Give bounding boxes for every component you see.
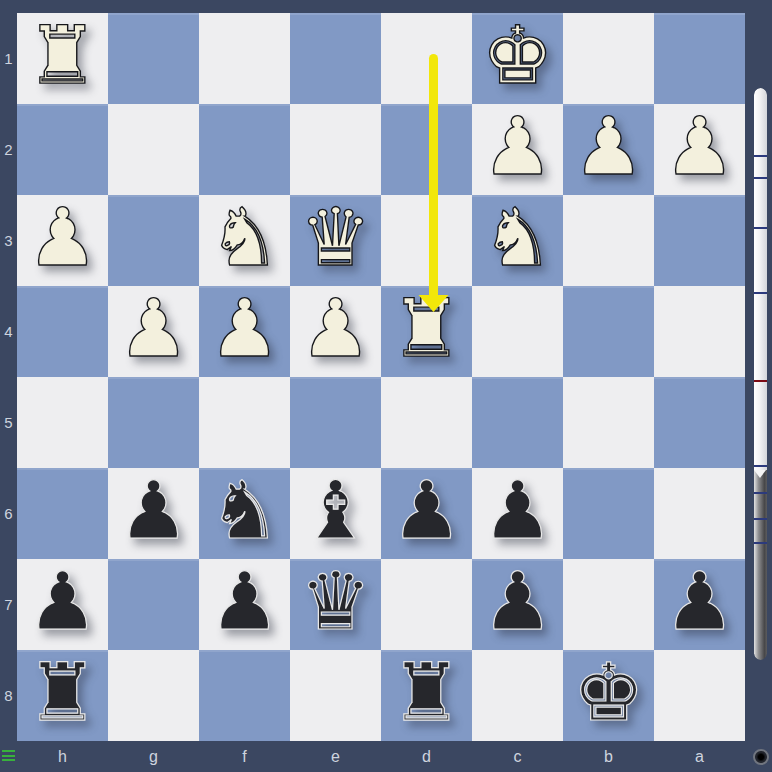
square-a4[interactable] bbox=[654, 286, 745, 377]
square-d7[interactable] bbox=[381, 559, 472, 650]
chess-board: ♜♚♟♟♟♟♞♛♞♟♟♟♜♟♞♝♟♟♟♟♛♟♟♜♜♚ bbox=[17, 13, 745, 741]
square-f6[interactable]: ♞ bbox=[199, 468, 290, 559]
file-label-d: d bbox=[381, 741, 472, 772]
piece-wN-c3[interactable]: ♞ bbox=[482, 198, 554, 278]
square-b7[interactable] bbox=[563, 559, 654, 650]
piece-wP-a2[interactable]: ♟ bbox=[664, 107, 736, 187]
square-f2[interactable] bbox=[199, 104, 290, 195]
square-f5[interactable] bbox=[199, 377, 290, 468]
file-label-h: h bbox=[17, 741, 108, 772]
square-a7[interactable]: ♟ bbox=[654, 559, 745, 650]
piece-bQ-e7[interactable]: ♛ bbox=[300, 562, 372, 642]
square-g3[interactable] bbox=[108, 195, 199, 286]
piece-wR-d4[interactable]: ♜ bbox=[391, 289, 463, 369]
square-e7[interactable]: ♛ bbox=[290, 559, 381, 650]
square-h5[interactable] bbox=[17, 377, 108, 468]
square-f3[interactable]: ♞ bbox=[199, 195, 290, 286]
square-h6[interactable] bbox=[17, 468, 108, 559]
green-menu-icon[interactable] bbox=[2, 750, 16, 763]
square-e1[interactable] bbox=[290, 13, 381, 104]
record-icon[interactable] bbox=[753, 749, 769, 765]
eval-tick bbox=[754, 292, 767, 294]
square-a2[interactable]: ♟ bbox=[654, 104, 745, 195]
file-label-b: b bbox=[563, 741, 654, 772]
square-e2[interactable] bbox=[290, 104, 381, 195]
evaluation-bar-pointer bbox=[754, 470, 766, 478]
square-b1[interactable] bbox=[563, 13, 654, 104]
rank-label-6: 6 bbox=[0, 468, 17, 559]
file-label-a: a bbox=[654, 741, 745, 772]
square-e8[interactable] bbox=[290, 650, 381, 741]
eval-tick bbox=[754, 177, 767, 179]
eval-tick bbox=[754, 227, 767, 229]
piece-wR-h1[interactable]: ♜ bbox=[27, 16, 99, 96]
file-label-g: g bbox=[108, 741, 199, 772]
rank-label-5: 5 bbox=[0, 377, 17, 468]
piece-bP-h7[interactable]: ♟ bbox=[27, 562, 99, 642]
square-h1[interactable]: ♜ bbox=[17, 13, 108, 104]
eval-tick bbox=[754, 542, 767, 544]
square-g2[interactable] bbox=[108, 104, 199, 195]
square-d4[interactable]: ♜ bbox=[381, 286, 472, 377]
square-f4[interactable]: ♟ bbox=[199, 286, 290, 377]
square-c6[interactable]: ♟ bbox=[472, 468, 563, 559]
piece-bP-c7[interactable]: ♟ bbox=[482, 562, 554, 642]
square-h8[interactable]: ♜ bbox=[17, 650, 108, 741]
square-b2[interactable]: ♟ bbox=[563, 104, 654, 195]
square-g1[interactable] bbox=[108, 13, 199, 104]
piece-wK-c1[interactable]: ♚ bbox=[482, 16, 554, 96]
square-e5[interactable] bbox=[290, 377, 381, 468]
piece-bB-e6[interactable]: ♝ bbox=[300, 471, 372, 551]
piece-bP-a7[interactable]: ♟ bbox=[664, 562, 736, 642]
square-a3[interactable] bbox=[654, 195, 745, 286]
square-f7[interactable]: ♟ bbox=[199, 559, 290, 650]
square-b3[interactable] bbox=[563, 195, 654, 286]
square-d2[interactable] bbox=[381, 104, 472, 195]
square-g5[interactable] bbox=[108, 377, 199, 468]
piece-wN-f3[interactable]: ♞ bbox=[209, 198, 281, 278]
piece-wP-e4[interactable]: ♟ bbox=[300, 289, 372, 369]
square-a1[interactable] bbox=[654, 13, 745, 104]
piece-wP-h3[interactable]: ♟ bbox=[27, 198, 99, 278]
menu-bar bbox=[2, 759, 15, 761]
square-c5[interactable] bbox=[472, 377, 563, 468]
file-label-c: c bbox=[472, 741, 563, 772]
piece-bP-c6[interactable]: ♟ bbox=[482, 471, 554, 551]
piece-bR-d8[interactable]: ♜ bbox=[391, 653, 463, 733]
rank-label-2: 2 bbox=[0, 104, 17, 195]
square-d3[interactable] bbox=[381, 195, 472, 286]
file-label-f: f bbox=[199, 741, 290, 772]
square-f8[interactable] bbox=[199, 650, 290, 741]
rank-label-4: 4 bbox=[0, 286, 17, 377]
square-d6[interactable]: ♟ bbox=[381, 468, 472, 559]
square-b5[interactable] bbox=[563, 377, 654, 468]
eval-tick bbox=[754, 492, 767, 494]
square-c8[interactable] bbox=[472, 650, 563, 741]
square-c3[interactable]: ♞ bbox=[472, 195, 563, 286]
piece-wP-b2[interactable]: ♟ bbox=[573, 107, 645, 187]
square-a8[interactable] bbox=[654, 650, 745, 741]
eval-tick bbox=[754, 518, 767, 520]
square-a5[interactable] bbox=[654, 377, 745, 468]
square-a6[interactable] bbox=[654, 468, 745, 559]
square-d5[interactable] bbox=[381, 377, 472, 468]
square-b6[interactable] bbox=[563, 468, 654, 559]
square-g4[interactable]: ♟ bbox=[108, 286, 199, 377]
piece-bR-h8[interactable]: ♜ bbox=[27, 653, 99, 733]
piece-bK-b8[interactable]: ♚ bbox=[573, 653, 645, 733]
menu-bar bbox=[2, 755, 15, 757]
eval-tick bbox=[754, 155, 767, 157]
square-g8[interactable] bbox=[108, 650, 199, 741]
square-c1[interactable]: ♚ bbox=[472, 13, 563, 104]
rank-label-1: 1 bbox=[0, 13, 17, 104]
square-b8[interactable]: ♚ bbox=[563, 650, 654, 741]
square-d1[interactable] bbox=[381, 13, 472, 104]
square-e4[interactable]: ♟ bbox=[290, 286, 381, 377]
square-c4[interactable] bbox=[472, 286, 563, 377]
piece-bP-d6[interactable]: ♟ bbox=[391, 471, 463, 551]
rank-label-8: 8 bbox=[0, 650, 17, 741]
menu-bar bbox=[2, 750, 15, 752]
evaluation-bar-white-fill bbox=[754, 88, 767, 470]
eval-tick bbox=[754, 465, 767, 467]
piece-bN-f6[interactable]: ♞ bbox=[209, 471, 281, 551]
rank-label-3: 3 bbox=[0, 195, 17, 286]
square-b4[interactable] bbox=[563, 286, 654, 377]
piece-wP-f4[interactable]: ♟ bbox=[209, 289, 281, 369]
piece-bP-g6[interactable]: ♟ bbox=[118, 471, 190, 551]
piece-wP-c2[interactable]: ♟ bbox=[482, 107, 554, 187]
piece-wQ-e3[interactable]: ♛ bbox=[300, 198, 372, 278]
square-e3[interactable]: ♛ bbox=[290, 195, 381, 286]
square-d8[interactable]: ♜ bbox=[381, 650, 472, 741]
evaluation-bar-grey-fill bbox=[754, 470, 767, 660]
evaluation-bar bbox=[754, 88, 767, 660]
square-h2[interactable] bbox=[17, 104, 108, 195]
square-h3[interactable]: ♟ bbox=[17, 195, 108, 286]
square-h4[interactable] bbox=[17, 286, 108, 377]
square-c7[interactable]: ♟ bbox=[472, 559, 563, 650]
square-c2[interactable]: ♟ bbox=[472, 104, 563, 195]
square-e6[interactable]: ♝ bbox=[290, 468, 381, 559]
file-label-e: e bbox=[290, 741, 381, 772]
eval-zero-tick bbox=[754, 380, 767, 382]
rank-label-7: 7 bbox=[0, 559, 17, 650]
square-f1[interactable] bbox=[199, 13, 290, 104]
piece-bP-f7[interactable]: ♟ bbox=[209, 562, 281, 642]
square-g6[interactable]: ♟ bbox=[108, 468, 199, 559]
piece-wP-g4[interactable]: ♟ bbox=[118, 289, 190, 369]
square-g7[interactable] bbox=[108, 559, 199, 650]
square-h7[interactable]: ♟ bbox=[17, 559, 108, 650]
